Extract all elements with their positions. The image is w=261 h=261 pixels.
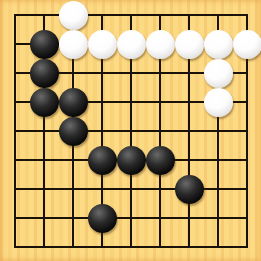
go-board[interactable] (0, 0, 261, 261)
stone-black[interactable] (59, 117, 88, 146)
stone-white[interactable] (59, 1, 88, 30)
stone-black[interactable] (88, 146, 117, 175)
stone-white[interactable] (59, 30, 88, 59)
stone-white[interactable] (204, 88, 233, 117)
stone-black[interactable] (117, 146, 146, 175)
stone-black[interactable] (146, 146, 175, 175)
stone-white[interactable] (204, 30, 233, 59)
stone-black[interactable] (88, 204, 117, 233)
stone-black[interactable] (30, 59, 59, 88)
stone-white[interactable] (117, 30, 146, 59)
stone-black[interactable] (59, 88, 88, 117)
stones-layer (0, 0, 261, 261)
stone-white[interactable] (146, 30, 175, 59)
stone-white[interactable] (88, 30, 117, 59)
stone-white[interactable] (175, 30, 204, 59)
stone-white[interactable] (233, 30, 261, 59)
stone-white[interactable] (204, 59, 233, 88)
stone-black[interactable] (30, 88, 59, 117)
stone-black[interactable] (30, 30, 59, 59)
screenshot-stage (0, 0, 261, 261)
stone-black[interactable] (175, 175, 204, 204)
